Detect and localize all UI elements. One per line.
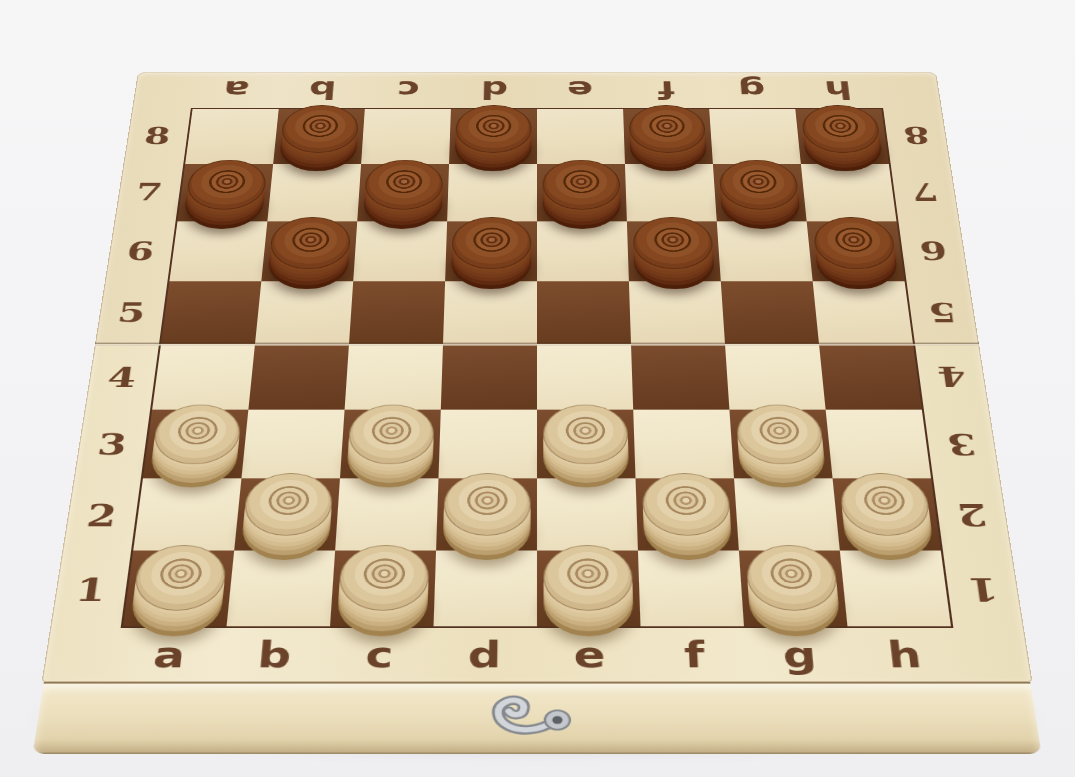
file-label-far-d: d (450, 72, 537, 108)
file-label-near-f: f (641, 628, 749, 682)
dark-checker-d6[interactable] (451, 217, 531, 269)
rank-label-right-4: 4 (915, 344, 989, 410)
square-g2[interactable] (734, 478, 840, 550)
file-label-near-g: g (745, 628, 855, 682)
rank-label-right-6: 6 (898, 221, 969, 281)
file-label-near-c: c (325, 628, 433, 682)
square-e2[interactable] (537, 478, 638, 550)
light-checker-c1[interactable] (338, 545, 430, 611)
square-a4[interactable] (152, 344, 255, 410)
light-checker-g1[interactable] (745, 545, 839, 611)
file-label-far-f: f (622, 72, 710, 108)
rank-label-left-6: 6 (105, 221, 176, 281)
rank-label-right-8: 8 (883, 108, 950, 163)
file-label-near-e: e (537, 628, 643, 682)
square-c1[interactable] (330, 551, 436, 627)
file-label-near-d: d (431, 628, 537, 682)
light-checker-c3[interactable] (347, 405, 435, 465)
light-checker-b2[interactable] (242, 473, 334, 536)
square-f4[interactable] (631, 344, 729, 410)
fold-seam (95, 342, 980, 346)
front-panel (33, 682, 1042, 754)
square-h2[interactable] (833, 478, 941, 550)
light-checker-g3[interactable] (735, 405, 825, 465)
file-label-near-a: a (113, 628, 224, 682)
rank-label-right-1: 1 (943, 552, 1024, 628)
file-label-far-a: a (191, 72, 281, 108)
rank-label-right-2: 2 (933, 479, 1012, 552)
square-f1[interactable] (638, 551, 744, 627)
light-checker-a3[interactable] (151, 405, 243, 465)
file-labels-near: abcdefgh (113, 628, 960, 682)
square-e3[interactable] (537, 410, 636, 479)
square-f3[interactable] (633, 410, 734, 479)
file-label-far-b: b (277, 72, 366, 108)
square-h1[interactable] (840, 551, 951, 627)
rank-label-right-3: 3 (924, 410, 1000, 479)
square-g3[interactable] (729, 410, 832, 479)
light-checker-h2[interactable] (838, 473, 932, 536)
square-g1[interactable] (739, 551, 848, 627)
square-h4[interactable] (819, 344, 922, 410)
rank-label-left-1: 1 (50, 552, 131, 628)
file-label-near-h: h (849, 628, 960, 682)
square-d2[interactable] (436, 478, 537, 550)
rank-label-left-5: 5 (95, 281, 168, 344)
square-c4[interactable] (345, 344, 443, 410)
square-e1[interactable] (537, 551, 640, 627)
square-b3[interactable] (241, 410, 344, 479)
square-c2[interactable] (335, 478, 438, 550)
file-label-far-e: e (537, 72, 624, 108)
square-h3[interactable] (826, 410, 931, 479)
square-a1[interactable] (123, 551, 234, 627)
dark-checker-f8[interactable] (628, 105, 706, 153)
checkers-board: abcdefgh abcdefgh 87654321 87654321 (42, 72, 1033, 682)
square-a2[interactable] (133, 478, 241, 550)
light-checker-e1[interactable] (543, 545, 633, 611)
clasp-hook-icon (471, 692, 604, 743)
rank-label-left-4: 4 (85, 344, 159, 410)
dark-checker-e7[interactable] (543, 160, 621, 210)
photo-scene: abcdefgh abcdefgh 87654321 87654321 (0, 0, 1075, 777)
square-f2[interactable] (636, 478, 739, 550)
square-d3[interactable] (438, 410, 537, 479)
file-label-near-b: b (219, 628, 329, 682)
dark-checker-d8[interactable] (455, 105, 531, 153)
light-checker-f2[interactable] (642, 473, 732, 536)
rank-label-left-7: 7 (114, 163, 183, 221)
rank-label-left-8: 8 (124, 108, 191, 163)
square-d1[interactable] (434, 551, 537, 627)
rank-label-left-2: 2 (62, 479, 141, 552)
rank-label-left-3: 3 (74, 410, 150, 479)
square-b2[interactable] (234, 478, 340, 550)
light-checker-a1[interactable] (132, 545, 229, 611)
file-label-far-h: h (793, 72, 883, 108)
rank-label-right-5: 5 (906, 281, 979, 344)
light-checker-d2[interactable] (443, 473, 531, 536)
rank-label-right-7: 7 (891, 163, 960, 221)
square-g4[interactable] (725, 344, 826, 410)
square-a3[interactable] (143, 410, 248, 479)
file-label-far-g: g (708, 72, 797, 108)
board-3d-wrapper: abcdefgh abcdefgh 87654321 87654321 (31, 72, 1044, 752)
file-labels-far: abcdefgh (191, 72, 883, 108)
square-d4[interactable] (441, 344, 537, 410)
square-b4[interactable] (248, 344, 349, 410)
square-e4[interactable] (537, 344, 633, 410)
file-label-far-c: c (364, 72, 452, 108)
square-b1[interactable] (227, 551, 336, 627)
square-c3[interactable] (340, 410, 441, 479)
light-checker-e3[interactable] (543, 405, 629, 465)
